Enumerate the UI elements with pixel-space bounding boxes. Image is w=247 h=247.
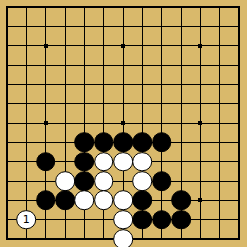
move-number-label: 1 <box>23 214 30 225</box>
go-board[interactable]: 1 <box>0 0 247 247</box>
grid-line-horizontal-10 <box>6 181 241 182</box>
black-stone[interactable] <box>75 152 95 172</box>
star-point-3-3 <box>44 44 48 48</box>
white-stone[interactable] <box>75 191 95 211</box>
star-point-11-3 <box>198 44 202 48</box>
grid-line-vertical-13 <box>238 6 241 241</box>
white-stone[interactable] <box>94 171 114 191</box>
white-stone[interactable] <box>94 152 114 172</box>
black-stone[interactable] <box>133 191 153 211</box>
black-stone[interactable] <box>55 191 75 211</box>
star-point-3-7 <box>44 121 48 125</box>
black-stone[interactable] <box>152 133 172 153</box>
black-stone[interactable] <box>36 152 56 172</box>
black-stone[interactable] <box>113 133 133 153</box>
white-stone[interactable] <box>113 152 133 172</box>
white-stone[interactable] <box>133 171 153 191</box>
black-stone[interactable] <box>75 133 95 153</box>
white-stone[interactable] <box>113 229 133 247</box>
white-stone-move-1[interactable]: 1 <box>17 210 37 230</box>
black-stone[interactable] <box>152 210 172 230</box>
go-diagram: 1 <box>0 0 247 247</box>
black-stone[interactable] <box>171 191 191 211</box>
black-stone[interactable] <box>152 171 172 191</box>
grid-line-vertical-9 <box>161 6 162 241</box>
black-stone[interactable] <box>36 191 56 211</box>
star-point-11-11 <box>198 198 202 202</box>
black-stone[interactable] <box>133 210 153 230</box>
white-stone[interactable] <box>55 171 75 191</box>
white-stone[interactable] <box>113 210 133 230</box>
white-stone[interactable] <box>133 152 153 172</box>
star-point-7-3 <box>121 44 125 48</box>
black-stone[interactable] <box>75 171 95 191</box>
black-stone[interactable] <box>171 210 191 230</box>
black-stone[interactable] <box>94 133 114 153</box>
white-stone[interactable] <box>113 191 133 211</box>
star-point-11-7 <box>198 121 202 125</box>
white-stone[interactable] <box>94 191 114 211</box>
grid-line-vertical-12 <box>219 6 220 241</box>
black-stone[interactable] <box>133 133 153 153</box>
star-point-7-7 <box>121 121 125 125</box>
